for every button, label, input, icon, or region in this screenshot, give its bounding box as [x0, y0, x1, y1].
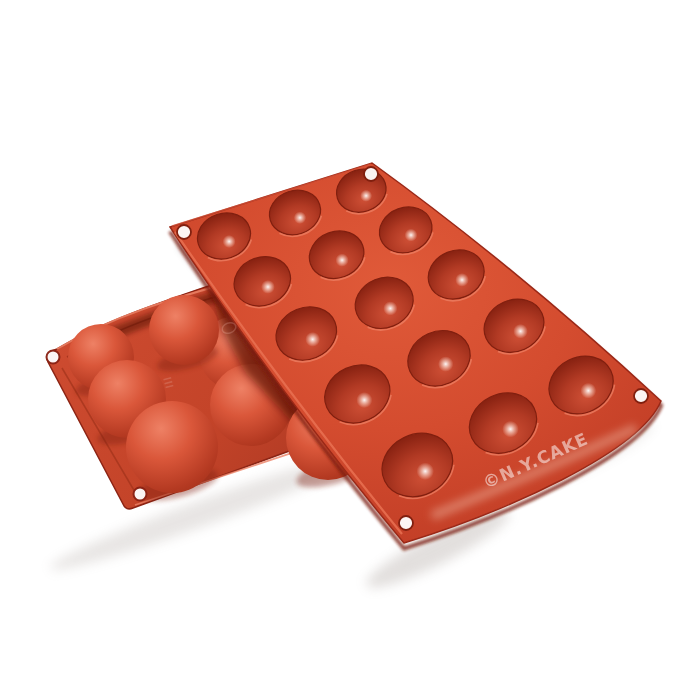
mold-photo-svg: ©N.Y.CAKE: [0, 0, 700, 700]
dome-bump: [149, 295, 219, 365]
dome-bump: [126, 401, 218, 493]
hanging-hole: [364, 167, 378, 181]
hanging-hole: [399, 516, 413, 530]
hanging-hole: [177, 225, 191, 239]
hanging-hole: [134, 488, 147, 501]
product-photo: ©N.Y.CAKE: [0, 0, 700, 700]
hanging-hole: [47, 351, 60, 364]
hanging-hole: [634, 389, 648, 403]
